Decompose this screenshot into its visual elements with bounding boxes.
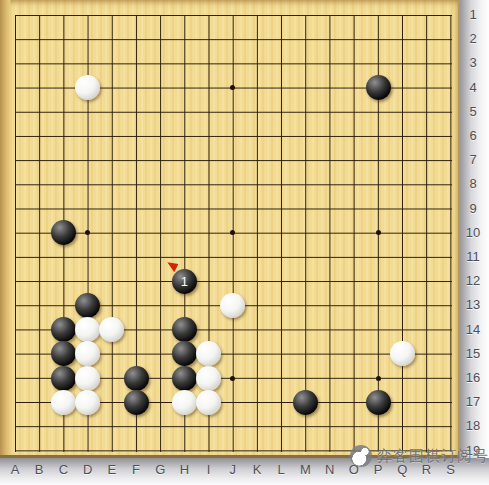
- row-label-7: 7: [461, 153, 485, 167]
- column-label-L: L: [273, 462, 289, 477]
- stones-layer: 1: [0, 0, 458, 455]
- watermark-text: 弈客围棋订阅号: [377, 447, 489, 466]
- row-label-8: 8: [461, 177, 485, 191]
- white-stone-C17: [51, 390, 76, 415]
- white-stone-H17: [172, 390, 197, 415]
- black-stone-C14: [51, 317, 76, 342]
- star-point-J10: [230, 230, 235, 235]
- row-label-14: 14: [461, 323, 485, 337]
- row-label-12: 12: [461, 274, 485, 288]
- row-label-1: 1: [461, 8, 485, 22]
- row-label-18: 18: [461, 419, 485, 433]
- row-label-10: 10: [461, 226, 485, 240]
- row-label-13: 13: [461, 298, 485, 312]
- row-label-6: 6: [461, 129, 485, 143]
- column-label-E: E: [104, 462, 120, 477]
- white-stone-D16: [75, 366, 100, 391]
- black-stone-P4: [366, 75, 391, 100]
- row-label-5: 5: [461, 105, 485, 119]
- white-stone-E14: [99, 317, 124, 342]
- star-point-J16: [230, 376, 235, 381]
- row-label-11: 11: [461, 250, 485, 264]
- white-stone-J13: [220, 293, 245, 318]
- column-label-C: C: [55, 462, 71, 477]
- column-label-A: A: [7, 462, 23, 477]
- move-number-label: 1: [172, 269, 197, 294]
- black-stone-C10: [51, 220, 76, 245]
- column-label-D: D: [80, 462, 96, 477]
- white-stone-D17: [75, 390, 100, 415]
- go-board: 1: [0, 0, 460, 458]
- star-point-P16: [376, 376, 381, 381]
- white-stone-I16: [196, 366, 221, 391]
- black-stone-F17: [124, 390, 149, 415]
- black-stone-C15: [51, 341, 76, 366]
- column-label-J: J: [225, 462, 241, 477]
- row-label-9: 9: [461, 202, 485, 216]
- column-label-K: K: [249, 462, 265, 477]
- white-stone-D4: [75, 75, 100, 100]
- black-stone-H14: [172, 317, 197, 342]
- white-stone-D15: [75, 341, 100, 366]
- black-stone-H12: 1: [172, 269, 197, 294]
- black-stone-D13: [75, 293, 100, 318]
- black-stone-M17: [293, 390, 318, 415]
- column-label-M: M: [297, 462, 313, 477]
- black-stone-H16: [172, 366, 197, 391]
- column-label-B: B: [31, 462, 47, 477]
- white-stone-D14: [75, 317, 100, 342]
- row-label-2: 2: [461, 32, 485, 46]
- white-stone-Q15: [390, 341, 415, 366]
- row-label-15: 15: [461, 347, 485, 361]
- watermark: 弈客围棋订阅号: [350, 445, 489, 467]
- row-label-16: 16: [461, 371, 485, 385]
- column-label-H: H: [176, 462, 192, 477]
- row-label-3: 3: [461, 56, 485, 70]
- star-point-D10: [85, 230, 90, 235]
- white-stone-I15: [196, 341, 221, 366]
- column-label-I: I: [201, 462, 217, 477]
- row-label-17: 17: [461, 395, 485, 409]
- panda-circle-icon: [350, 445, 372, 467]
- white-stone-I17: [196, 390, 221, 415]
- black-stone-H15: [172, 341, 197, 366]
- black-stone-P17: [366, 390, 391, 415]
- column-label-N: N: [322, 462, 338, 477]
- row-label-4: 4: [461, 81, 485, 95]
- star-point-P10: [376, 230, 381, 235]
- go-app-screen: 1 弈客围棋订阅号 ABCDEFGHIJKLMNOPQRS12345678910…: [0, 0, 489, 485]
- black-stone-C16: [51, 366, 76, 391]
- black-stone-F16: [124, 366, 149, 391]
- star-point-J4: [230, 85, 235, 90]
- column-label-F: F: [128, 462, 144, 477]
- column-label-G: G: [152, 462, 168, 477]
